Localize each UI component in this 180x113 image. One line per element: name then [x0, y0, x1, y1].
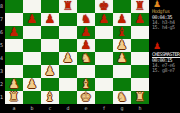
rank-label-5: 5 [0, 42, 5, 49]
cream-king[interactable]: ♚ [77, 90, 95, 104]
square-a6[interactable]: ♟ [5, 26, 23, 39]
square-b2[interactable]: ♟ [23, 78, 41, 91]
white-move-15: 15. h4-g5 [152, 25, 175, 30]
square-h6[interactable] [131, 26, 149, 39]
square-d8[interactable]: ♜ [59, 0, 77, 13]
red-pawn[interactable]: ♟ [113, 12, 131, 26]
red-pawn[interactable]: ♟ [95, 12, 113, 26]
rank-label-1: 1 [0, 94, 5, 101]
file-label-g: g [113, 105, 131, 112]
square-a5[interactable] [5, 39, 23, 52]
red-pawn[interactable]: ♟ [131, 12, 149, 26]
file-label-h: h [131, 105, 149, 112]
square-h3[interactable] [131, 65, 149, 78]
square-c7[interactable]: ♟ [41, 13, 59, 26]
cream-knight[interactable]: ♞ [77, 51, 95, 65]
red-rook[interactable]: ♜ [59, 0, 77, 13]
cream-pawn[interactable]: ♟ [41, 64, 59, 78]
black-move-15: 15. g8-e7 [152, 68, 175, 73]
square-g3[interactable] [113, 65, 131, 78]
square-f2[interactable] [95, 78, 113, 91]
side-panel: ♟ Hodgfus 00:04:35 14. h3-h4 15. h4-g5 ♟… [152, 0, 180, 113]
red-pawn[interactable]: ♟ [23, 12, 41, 26]
square-g4[interactable]: ♟ [113, 52, 131, 65]
square-d4[interactable]: ♟ [59, 52, 77, 65]
rank-label-4: 4 [0, 55, 5, 62]
square-b4[interactable] [23, 52, 41, 65]
cream-bishop[interactable]: ♝ [77, 77, 95, 91]
square-b5[interactable] [23, 39, 41, 52]
square-f6[interactable] [95, 26, 113, 39]
square-b1[interactable] [23, 91, 41, 104]
square-f7[interactable]: ♟ [95, 13, 113, 26]
square-c1[interactable]: ♝ [41, 91, 59, 104]
square-f5[interactable] [95, 39, 113, 52]
red-knight[interactable]: ♞ [77, 12, 95, 26]
red-pawn[interactable]: ♟ [77, 25, 95, 39]
cream-knight[interactable]: ♞ [113, 90, 131, 104]
file-label-f: f [95, 105, 113, 112]
square-e1[interactable]: ♚ [77, 91, 95, 104]
square-b6[interactable] [23, 26, 41, 39]
square-d2[interactable] [59, 78, 77, 91]
chess-board[interactable]: ♜♚♜♟♟♞♟♟♟♟♟♝♟♟♟♞♟♟♟♟♝♜♝♚♞♜ [5, 0, 149, 104]
square-f1[interactable] [95, 91, 113, 104]
file-label-e: e [77, 105, 95, 112]
square-d3[interactable] [59, 65, 77, 78]
rank-label-8: 8 [0, 3, 5, 10]
black-player-pawn-icon: ♟ [153, 42, 161, 51]
square-h4[interactable] [131, 52, 149, 65]
file-label-b: b [23, 105, 41, 112]
file-label-a: a [5, 105, 23, 112]
cream-pawn[interactable]: ♟ [59, 51, 77, 65]
file-label-c: c [41, 105, 59, 112]
square-d7[interactable] [59, 13, 77, 26]
rank-label-6: 6 [0, 29, 5, 36]
square-e4[interactable]: ♞ [77, 52, 95, 65]
square-f3[interactable] [95, 65, 113, 78]
square-a1[interactable]: ♜ [5, 91, 23, 104]
square-a4[interactable] [5, 52, 23, 65]
cream-pawn[interactable]: ♟ [5, 77, 23, 91]
red-pawn[interactable]: ♟ [5, 25, 23, 39]
cream-pawn[interactable]: ♟ [113, 51, 131, 65]
square-h1[interactable]: ♜ [131, 91, 149, 104]
chess-game-screen: ♜♚♜♟♟♞♟♟♟♟♟♝♟♟♟♞♟♟♟♟♝♜♝♚♞♜ 87654321abcde… [0, 0, 180, 113]
square-d6[interactable] [59, 26, 77, 39]
cream-bishop[interactable]: ♝ [41, 90, 59, 104]
square-c6[interactable] [41, 26, 59, 39]
red-bishop[interactable]: ♝ [113, 25, 131, 39]
file-label-d: d [59, 105, 77, 112]
square-c3[interactable]: ♟ [41, 65, 59, 78]
rank-label-3: 3 [0, 68, 5, 75]
red-pawn[interactable]: ♟ [41, 12, 59, 26]
square-f4[interactable] [95, 52, 113, 65]
red-pawn[interactable]: ♟ [77, 38, 95, 52]
square-c5[interactable] [41, 39, 59, 52]
square-h7[interactable]: ♟ [131, 13, 149, 26]
cream-pawn[interactable]: ♟ [23, 77, 41, 91]
cream-rook[interactable]: ♜ [131, 90, 149, 104]
rank-label-7: 7 [0, 16, 5, 23]
rank-label-2: 2 [0, 81, 5, 88]
square-h5[interactable] [131, 39, 149, 52]
square-b7[interactable]: ♟ [23, 13, 41, 26]
square-d1[interactable] [59, 91, 77, 104]
cream-rook[interactable]: ♜ [5, 90, 23, 104]
cream-pawn[interactable]: ♟ [113, 38, 131, 52]
square-g1[interactable]: ♞ [113, 91, 131, 104]
square-a8[interactable] [5, 0, 23, 13]
